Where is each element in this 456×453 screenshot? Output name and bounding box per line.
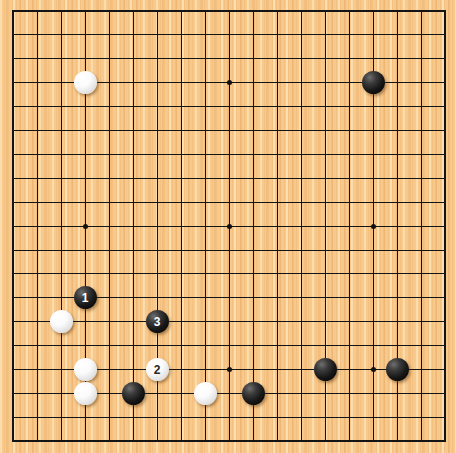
star-point-d10 xyxy=(83,224,88,229)
move-number-label: 3 xyxy=(154,315,161,327)
stone-white-d3 xyxy=(74,382,97,405)
star-point-k16 xyxy=(227,80,232,85)
grid-line-vertical xyxy=(253,10,254,442)
move-number-label: 2 xyxy=(154,363,161,375)
grid-line-vertical xyxy=(444,10,446,442)
grid-line-vertical xyxy=(301,10,302,442)
star-point-k10 xyxy=(227,224,232,229)
stone-black-l3 xyxy=(242,382,265,405)
stone-white-d4 xyxy=(74,358,97,381)
star-point-q4 xyxy=(371,367,376,372)
stone-white-d16 xyxy=(74,71,97,94)
stone-white-c6 xyxy=(50,310,73,333)
grid-line-horizontal xyxy=(12,440,446,442)
stone-black-o4 xyxy=(314,358,337,381)
grid-line-vertical xyxy=(277,10,278,442)
grid-line-horizontal xyxy=(12,321,446,322)
grid-line-horizontal xyxy=(12,273,446,274)
stone-black-f3 xyxy=(122,382,145,405)
grid-line-horizontal xyxy=(12,250,446,251)
grid-line-vertical xyxy=(349,10,350,442)
grid-line-vertical xyxy=(421,10,422,442)
go-board[interactable]: 132 xyxy=(0,0,456,453)
stone-white-g4: 2 xyxy=(146,358,169,381)
star-point-k4 xyxy=(227,367,232,372)
stone-black-q16 xyxy=(362,71,385,94)
stone-black-g6: 3 xyxy=(146,310,169,333)
grid-line-horizontal xyxy=(12,417,446,418)
stone-black-r4 xyxy=(386,358,409,381)
grid-line-horizontal xyxy=(12,345,446,346)
stone-black-d7: 1 xyxy=(74,286,97,309)
go-app-screen: 132 xyxy=(0,0,456,453)
stone-white-j3 xyxy=(194,382,217,405)
star-point-q10 xyxy=(371,224,376,229)
move-number-label: 1 xyxy=(82,291,89,303)
